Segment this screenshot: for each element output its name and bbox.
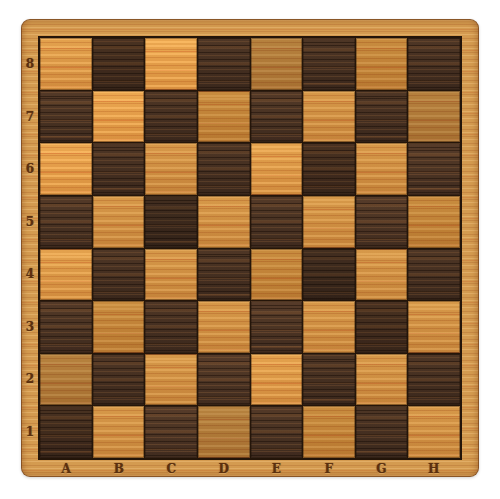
square-c1[interactable] (145, 406, 197, 458)
file-label-f: F (303, 460, 356, 477)
square-c7[interactable] (145, 91, 197, 143)
square-a3[interactable] (40, 301, 92, 353)
square-f8[interactable] (303, 38, 355, 90)
chess-board: 87654321 ABCDEFGH (21, 19, 479, 477)
square-e3[interactable] (251, 301, 303, 353)
square-e2[interactable] (251, 354, 303, 406)
square-e5[interactable] (251, 196, 303, 248)
board-grid (38, 36, 462, 460)
rank-label-3: 3 (22, 301, 38, 354)
square-c5[interactable] (145, 196, 197, 248)
square-b7[interactable] (93, 91, 145, 143)
square-d3[interactable] (198, 301, 250, 353)
square-a2[interactable] (40, 354, 92, 406)
square-e7[interactable] (251, 91, 303, 143)
rank-label-8: 8 (22, 38, 38, 91)
square-b5[interactable] (93, 196, 145, 248)
square-e8[interactable] (251, 38, 303, 90)
square-a7[interactable] (40, 91, 92, 143)
square-b1[interactable] (93, 406, 145, 458)
square-g7[interactable] (356, 91, 408, 143)
square-f5[interactable] (303, 196, 355, 248)
file-label-a: A (40, 460, 93, 477)
square-f4[interactable] (303, 249, 355, 301)
file-label-e: E (250, 460, 303, 477)
square-a6[interactable] (40, 143, 92, 195)
square-c8[interactable] (145, 38, 197, 90)
file-label-g: G (355, 460, 408, 477)
rank-label-7: 7 (22, 91, 38, 144)
square-d5[interactable] (198, 196, 250, 248)
square-h6[interactable] (408, 143, 460, 195)
photo-canvas: 87654321 ABCDEFGH (0, 0, 500, 499)
square-d8[interactable] (198, 38, 250, 90)
square-g5[interactable] (356, 196, 408, 248)
square-f7[interactable] (303, 91, 355, 143)
square-b8[interactable] (93, 38, 145, 90)
square-e6[interactable] (251, 143, 303, 195)
square-g4[interactable] (356, 249, 408, 301)
square-f1[interactable] (303, 406, 355, 458)
square-d1[interactable] (198, 406, 250, 458)
square-a8[interactable] (40, 38, 92, 90)
square-e1[interactable] (251, 406, 303, 458)
square-b3[interactable] (93, 301, 145, 353)
rank-label-1: 1 (22, 406, 38, 459)
square-h3[interactable] (408, 301, 460, 353)
rank-label-2: 2 (22, 353, 38, 406)
square-h1[interactable] (408, 406, 460, 458)
file-label-b: B (93, 460, 146, 477)
square-d4[interactable] (198, 249, 250, 301)
square-d7[interactable] (198, 91, 250, 143)
square-g6[interactable] (356, 143, 408, 195)
square-d6[interactable] (198, 143, 250, 195)
rank-label-4: 4 (22, 248, 38, 301)
square-h8[interactable] (408, 38, 460, 90)
square-c2[interactable] (145, 354, 197, 406)
file-label-h: H (408, 460, 461, 477)
square-h2[interactable] (408, 354, 460, 406)
square-g8[interactable] (356, 38, 408, 90)
square-h7[interactable] (408, 91, 460, 143)
square-g2[interactable] (356, 354, 408, 406)
square-c3[interactable] (145, 301, 197, 353)
square-c4[interactable] (145, 249, 197, 301)
square-h5[interactable] (408, 196, 460, 248)
rank-label-5: 5 (22, 196, 38, 249)
square-d2[interactable] (198, 354, 250, 406)
rank-labels: 87654321 (22, 38, 38, 458)
rank-label-6: 6 (22, 143, 38, 196)
square-a1[interactable] (40, 406, 92, 458)
square-b2[interactable] (93, 354, 145, 406)
square-h4[interactable] (408, 249, 460, 301)
square-a5[interactable] (40, 196, 92, 248)
file-label-d: D (198, 460, 251, 477)
file-labels: ABCDEFGH (40, 460, 460, 477)
file-label-c: C (145, 460, 198, 477)
square-b4[interactable] (93, 249, 145, 301)
square-e4[interactable] (251, 249, 303, 301)
square-f3[interactable] (303, 301, 355, 353)
square-f2[interactable] (303, 354, 355, 406)
square-a4[interactable] (40, 249, 92, 301)
square-g3[interactable] (356, 301, 408, 353)
square-f6[interactable] (303, 143, 355, 195)
square-c6[interactable] (145, 143, 197, 195)
square-g1[interactable] (356, 406, 408, 458)
square-b6[interactable] (93, 143, 145, 195)
